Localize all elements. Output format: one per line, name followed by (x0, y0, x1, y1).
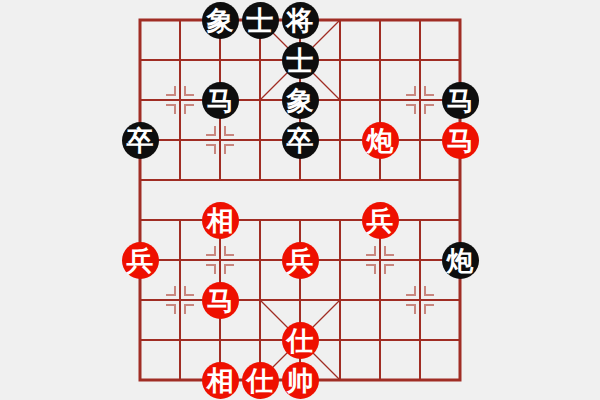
piece-red-cannon[interactable]: 炮 (362, 122, 399, 159)
piece-black-elephant[interactable]: 象 (202, 2, 239, 39)
piece-black-cannon[interactable]: 炮 (442, 242, 479, 279)
piece-red-pawn[interactable]: 兵 (362, 202, 399, 239)
piece-red-elephant[interactable]: 相 (202, 362, 239, 399)
piece-black-horse[interactable]: 马 (202, 82, 239, 119)
piece-black-pawn[interactable]: 卒 (122, 122, 159, 159)
piece-red-pawn[interactable]: 兵 (122, 242, 159, 279)
piece-black-advisor[interactable]: 士 (282, 42, 319, 79)
piece-black-elephant[interactable]: 象 (282, 82, 319, 119)
piece-red-pawn[interactable]: 兵 (282, 242, 319, 279)
piece-red-elephant[interactable]: 相 (202, 202, 239, 239)
piece-red-general[interactable]: 帅 (282, 362, 319, 399)
piece-red-horse[interactable]: 马 (202, 282, 239, 319)
xiangqi-board: 象士将士马象马卒卒炮马相兵兵兵炮马仕相仕帅 (0, 0, 600, 400)
piece-black-advisor[interactable]: 士 (242, 2, 279, 39)
piece-red-advisor[interactable]: 仕 (282, 322, 319, 359)
piece-black-pawn[interactable]: 卒 (282, 122, 319, 159)
piece-grid: 象士将士马象马卒卒炮马相兵兵兵炮马仕相仕帅 (120, 0, 480, 400)
piece-black-general[interactable]: 将 (282, 2, 319, 39)
piece-red-horse[interactable]: 马 (442, 122, 479, 159)
piece-black-horse[interactable]: 马 (442, 82, 479, 119)
piece-red-advisor[interactable]: 仕 (242, 362, 279, 399)
